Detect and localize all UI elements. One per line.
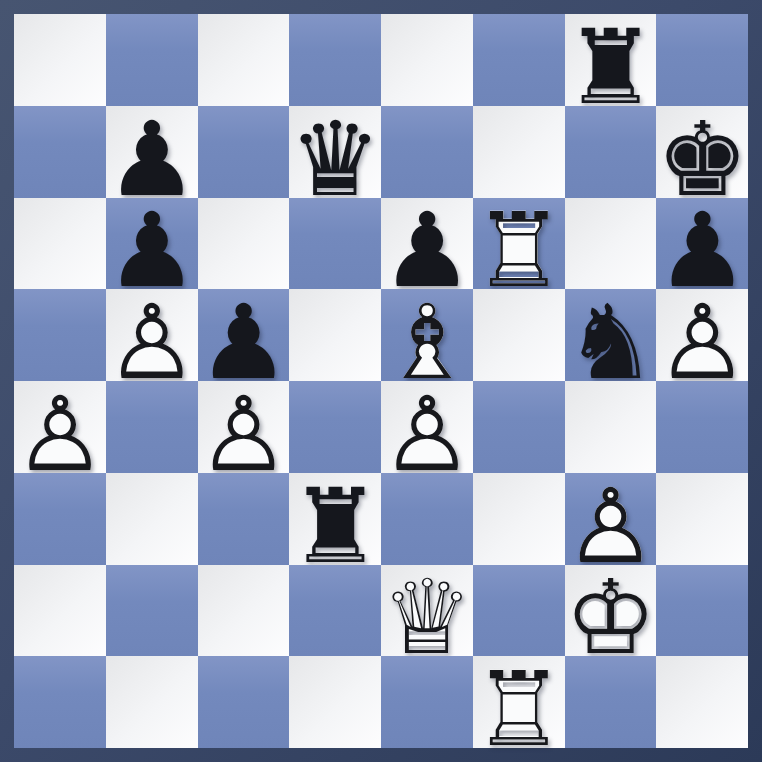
square-a8[interactable] [14, 14, 106, 106]
white-rook[interactable]: ♜♖ [473, 198, 565, 290]
white-pawn-outline-icon: ♙ [106, 291, 198, 394]
white-rook-glyph: ♜ [473, 658, 565, 761]
square-c1[interactable] [198, 656, 290, 748]
square-h6[interactable]: ♟ [656, 198, 748, 290]
square-b4[interactable] [106, 381, 198, 473]
square-h8[interactable] [656, 14, 748, 106]
white-rook-outline-icon: ♖ [473, 199, 565, 302]
white-pawn-outline-icon: ♙ [565, 474, 657, 577]
square-d7[interactable]: ♛ [289, 106, 381, 198]
square-f5[interactable] [473, 289, 565, 381]
square-e1[interactable] [381, 656, 473, 748]
white-rook[interactable]: ♜♖ [473, 656, 565, 748]
square-h5[interactable]: ♟♙ [656, 289, 748, 381]
square-f7[interactable] [473, 106, 565, 198]
square-c7[interactable] [198, 106, 290, 198]
white-pawn[interactable]: ♟♙ [106, 289, 198, 381]
square-d2[interactable] [289, 565, 381, 657]
white-pawn[interactable]: ♟♙ [14, 381, 106, 473]
square-b2[interactable] [106, 565, 198, 657]
black-queen[interactable]: ♛ [289, 106, 381, 198]
board-frame: ♜♟♛♚♟♟♜♖♟♟♙♟♝♗♞♟♙♟♙♟♙♟♙♜♟♙♛♕♚♔♜♖ [0, 0, 762, 762]
white-bishop-glyph: ♝ [381, 291, 473, 394]
white-pawn-outline-icon: ♙ [381, 382, 473, 485]
square-d5[interactable] [289, 289, 381, 381]
square-g7[interactable] [565, 106, 657, 198]
square-e4[interactable]: ♟♙ [381, 381, 473, 473]
square-d8[interactable] [289, 14, 381, 106]
white-pawn-outline-icon: ♙ [14, 382, 106, 485]
black-king-glyph: ♚ [656, 107, 748, 210]
black-pawn-glyph: ♟ [656, 199, 748, 302]
square-f2[interactable] [473, 565, 565, 657]
square-a7[interactable] [14, 106, 106, 198]
square-c6[interactable] [198, 198, 290, 290]
square-d6[interactable] [289, 198, 381, 290]
square-e3[interactable] [381, 473, 473, 565]
square-g4[interactable] [565, 381, 657, 473]
square-b3[interactable] [106, 473, 198, 565]
white-pawn-glyph: ♟ [656, 291, 748, 394]
square-b1[interactable] [106, 656, 198, 748]
white-king-outline-icon: ♔ [565, 566, 657, 669]
white-rook-outline-icon: ♖ [473, 658, 565, 761]
square-e6[interactable]: ♟ [381, 198, 473, 290]
white-pawn[interactable]: ♟♙ [656, 289, 748, 381]
square-g8[interactable]: ♜ [565, 14, 657, 106]
square-g1[interactable] [565, 656, 657, 748]
square-e8[interactable] [381, 14, 473, 106]
square-a2[interactable] [14, 565, 106, 657]
white-king[interactable]: ♚♔ [565, 565, 657, 657]
white-pawn[interactable]: ♟♙ [565, 473, 657, 565]
white-pawn-glyph: ♟ [565, 474, 657, 577]
square-e5[interactable]: ♝♗ [381, 289, 473, 381]
square-b5[interactable]: ♟♙ [106, 289, 198, 381]
square-c4[interactable]: ♟♙ [198, 381, 290, 473]
black-pawn[interactable]: ♟ [198, 289, 290, 381]
white-bishop-outline-icon: ♗ [381, 291, 473, 394]
square-f3[interactable] [473, 473, 565, 565]
square-f4[interactable] [473, 381, 565, 473]
white-queen-outline-icon: ♕ [381, 566, 473, 669]
black-pawn[interactable]: ♟ [106, 198, 198, 290]
white-pawn-outline-icon: ♙ [198, 382, 290, 485]
black-rook-glyph: ♜ [289, 474, 381, 577]
square-a5[interactable] [14, 289, 106, 381]
square-f6[interactable]: ♜♖ [473, 198, 565, 290]
white-pawn-glyph: ♟ [198, 382, 290, 485]
square-a4[interactable]: ♟♙ [14, 381, 106, 473]
square-b6[interactable]: ♟ [106, 198, 198, 290]
black-rook[interactable]: ♜ [289, 473, 381, 565]
square-b7[interactable]: ♟ [106, 106, 198, 198]
black-pawn[interactable]: ♟ [381, 198, 473, 290]
square-c8[interactable] [198, 14, 290, 106]
square-h1[interactable] [656, 656, 748, 748]
black-rook-glyph: ♜ [565, 15, 657, 118]
square-c2[interactable] [198, 565, 290, 657]
square-g2[interactable]: ♚♔ [565, 565, 657, 657]
black-pawn-glyph: ♟ [106, 107, 198, 210]
square-f8[interactable] [473, 14, 565, 106]
square-g3[interactable]: ♟♙ [565, 473, 657, 565]
black-pawn[interactable]: ♟ [656, 198, 748, 290]
square-g5[interactable]: ♞ [565, 289, 657, 381]
black-pawn[interactable]: ♟ [106, 106, 198, 198]
black-queen-glyph: ♛ [289, 107, 381, 210]
black-rook[interactable]: ♜ [565, 14, 657, 106]
white-king-glyph: ♚ [565, 566, 657, 669]
square-b8[interactable] [106, 14, 198, 106]
white-pawn-glyph: ♟ [106, 291, 198, 394]
square-d4[interactable] [289, 381, 381, 473]
white-pawn-outline-icon: ♙ [656, 291, 748, 394]
black-king[interactable]: ♚ [656, 106, 748, 198]
white-pawn-glyph: ♟ [381, 382, 473, 485]
square-a6[interactable] [14, 198, 106, 290]
square-a1[interactable] [14, 656, 106, 748]
square-h4[interactable] [656, 381, 748, 473]
square-g6[interactable] [565, 198, 657, 290]
white-pawn[interactable]: ♟♙ [381, 381, 473, 473]
chess-board: ♜♟♛♚♟♟♜♖♟♟♙♟♝♗♞♟♙♟♙♟♙♟♙♜♟♙♛♕♚♔♜♖ [14, 14, 748, 748]
black-pawn-glyph: ♟ [198, 291, 290, 394]
square-h2[interactable] [656, 565, 748, 657]
white-rook-glyph: ♜ [473, 199, 565, 302]
black-pawn-glyph: ♟ [381, 199, 473, 302]
black-knight-glyph: ♞ [565, 291, 657, 394]
square-e2[interactable]: ♛♕ [381, 565, 473, 657]
square-d1[interactable] [289, 656, 381, 748]
black-knight[interactable]: ♞ [565, 289, 657, 381]
square-a3[interactable] [14, 473, 106, 565]
square-c5[interactable]: ♟ [198, 289, 290, 381]
square-d3[interactable]: ♜ [289, 473, 381, 565]
white-pawn-glyph: ♟ [14, 382, 106, 485]
square-c3[interactable] [198, 473, 290, 565]
square-h7[interactable]: ♚ [656, 106, 748, 198]
square-h3[interactable] [656, 473, 748, 565]
square-f1[interactable]: ♜♖ [473, 656, 565, 748]
white-queen-glyph: ♛ [381, 566, 473, 669]
white-pawn[interactable]: ♟♙ [198, 381, 290, 473]
black-pawn-glyph: ♟ [106, 199, 198, 302]
white-bishop[interactable]: ♝♗ [381, 289, 473, 381]
white-queen[interactable]: ♛♕ [381, 565, 473, 657]
square-e7[interactable] [381, 106, 473, 198]
